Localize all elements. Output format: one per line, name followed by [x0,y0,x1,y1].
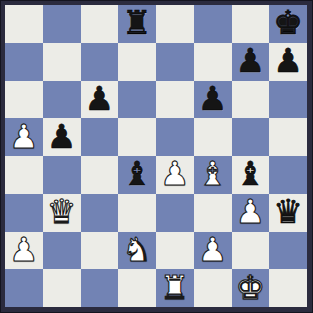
piece-white-pawn[interactable]: ♟ [9,120,39,153]
piece-black-bishop[interactable]: ♝ [122,157,152,190]
square-c4[interactable] [81,156,119,194]
square-a3[interactable] [5,194,43,232]
board-frame: ♜♚♟♟♟♟♟♟♝♟♝♝♛♟♛♟♞♟♜♚ [0,0,313,313]
square-a6[interactable] [5,81,43,119]
square-b2[interactable] [43,232,81,270]
square-f5[interactable] [194,118,232,156]
square-c1[interactable] [81,269,119,307]
square-d4[interactable]: ♝ [118,156,156,194]
square-f4[interactable]: ♝ [194,156,232,194]
square-g6[interactable] [232,81,270,119]
chess-board: ♜♚♟♟♟♟♟♟♝♟♝♝♛♟♛♟♞♟♜♚ [5,5,307,307]
square-g8[interactable] [232,5,270,43]
square-d8[interactable]: ♜ [118,5,156,43]
square-e2[interactable] [156,232,194,270]
piece-black-pawn[interactable]: ♟ [198,82,228,115]
piece-white-pawn[interactable]: ♟ [198,233,228,266]
square-h2[interactable] [269,232,307,270]
square-d5[interactable] [118,118,156,156]
square-e6[interactable] [156,81,194,119]
square-d3[interactable] [118,194,156,232]
piece-black-pawn[interactable]: ♟ [236,44,266,77]
square-c3[interactable] [81,194,119,232]
square-b8[interactable] [43,5,81,43]
square-h4[interactable] [269,156,307,194]
piece-black-pawn[interactable]: ♟ [47,120,77,153]
square-h1[interactable] [269,269,307,307]
square-h5[interactable] [269,118,307,156]
square-e5[interactable] [156,118,194,156]
square-h8[interactable]: ♚ [269,5,307,43]
square-d1[interactable] [118,269,156,307]
square-e7[interactable] [156,43,194,81]
square-c2[interactable] [81,232,119,270]
square-a5[interactable]: ♟ [5,118,43,156]
square-g2[interactable] [232,232,270,270]
piece-white-knight[interactable]: ♞ [122,233,152,266]
square-g5[interactable] [232,118,270,156]
square-b1[interactable] [43,269,81,307]
piece-black-bishop[interactable]: ♝ [236,157,266,190]
square-e4[interactable]: ♟ [156,156,194,194]
piece-black-king[interactable]: ♚ [273,6,303,39]
piece-white-pawn[interactable]: ♟ [160,157,190,190]
square-a7[interactable] [5,43,43,81]
square-h7[interactable]: ♟ [269,43,307,81]
piece-white-king[interactable]: ♚ [236,271,266,304]
square-e1[interactable]: ♜ [156,269,194,307]
square-f2[interactable]: ♟ [194,232,232,270]
square-h3[interactable]: ♛ [269,194,307,232]
square-g3[interactable]: ♟ [232,194,270,232]
square-g7[interactable]: ♟ [232,43,270,81]
square-f1[interactable] [194,269,232,307]
piece-white-bishop[interactable]: ♝ [198,157,228,190]
square-e3[interactable] [156,194,194,232]
square-d7[interactable] [118,43,156,81]
piece-white-pawn[interactable]: ♟ [9,233,39,266]
piece-black-queen[interactable]: ♛ [273,195,303,228]
square-b3[interactable]: ♛ [43,194,81,232]
square-f6[interactable]: ♟ [194,81,232,119]
square-b6[interactable] [43,81,81,119]
square-h6[interactable] [269,81,307,119]
square-a2[interactable]: ♟ [5,232,43,270]
piece-white-rook[interactable]: ♜ [160,271,190,304]
square-c6[interactable]: ♟ [81,81,119,119]
square-b7[interactable] [43,43,81,81]
square-f8[interactable] [194,5,232,43]
square-a4[interactable] [5,156,43,194]
square-a8[interactable] [5,5,43,43]
square-d6[interactable] [118,81,156,119]
square-c7[interactable] [81,43,119,81]
square-f7[interactable] [194,43,232,81]
square-g4[interactable]: ♝ [232,156,270,194]
square-d2[interactable]: ♞ [118,232,156,270]
square-c5[interactable] [81,118,119,156]
square-e8[interactable] [156,5,194,43]
piece-white-pawn[interactable]: ♟ [236,195,266,228]
piece-black-pawn[interactable]: ♟ [273,44,303,77]
piece-black-rook[interactable]: ♜ [122,6,152,39]
square-c8[interactable] [81,5,119,43]
square-f3[interactable] [194,194,232,232]
piece-black-pawn[interactable]: ♟ [85,82,115,115]
square-b4[interactable] [43,156,81,194]
piece-white-queen[interactable]: ♛ [47,195,77,228]
square-g1[interactable]: ♚ [232,269,270,307]
square-a1[interactable] [5,269,43,307]
square-b5[interactable]: ♟ [43,118,81,156]
